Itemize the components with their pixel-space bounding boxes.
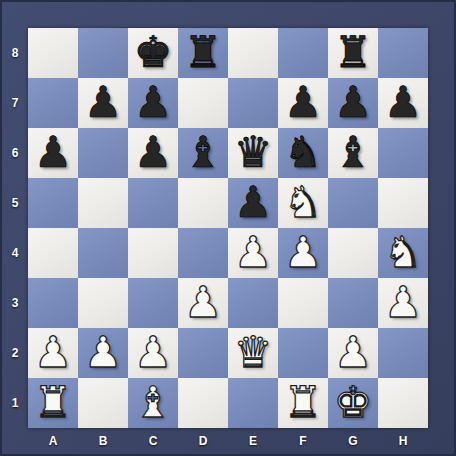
piece-white-pawn[interactable]: ♟ <box>184 277 223 327</box>
file-label-d: D <box>178 428 228 454</box>
rank-label-3: 3 <box>2 278 28 328</box>
piece-black-pawn[interactable]: ♟ <box>134 127 173 177</box>
square-c5[interactable] <box>128 178 178 228</box>
rank-label-6: 6 <box>2 128 28 178</box>
square-c7[interactable]: ♟ <box>128 78 178 128</box>
piece-black-king[interactable]: ♚ <box>134 27 173 77</box>
piece-white-pawn[interactable]: ♟ <box>284 227 323 277</box>
square-a6[interactable]: ♟ <box>28 128 78 178</box>
square-h7[interactable]: ♟ <box>378 78 428 128</box>
square-e4[interactable]: ♟ <box>228 228 278 278</box>
square-g3[interactable] <box>328 278 378 328</box>
rank-label-2: 2 <box>2 328 28 378</box>
square-b7[interactable]: ♟ <box>78 78 128 128</box>
square-g2[interactable]: ♟ <box>328 328 378 378</box>
square-c2[interactable]: ♟ <box>128 328 178 378</box>
square-b6[interactable] <box>78 128 128 178</box>
square-f7[interactable]: ♟ <box>278 78 328 128</box>
square-b3[interactable] <box>78 278 128 328</box>
square-h1[interactable] <box>378 378 428 428</box>
square-g5[interactable] <box>328 178 378 228</box>
file-label-f: F <box>278 428 328 454</box>
piece-black-queen[interactable]: ♛ <box>234 127 273 177</box>
square-f2[interactable] <box>278 328 328 378</box>
piece-white-pawn[interactable]: ♟ <box>34 327 73 377</box>
square-b4[interactable] <box>78 228 128 278</box>
file-labels: ABCDEFGH <box>28 428 428 454</box>
square-c3[interactable] <box>128 278 178 328</box>
piece-white-king[interactable]: ♚ <box>334 377 373 427</box>
square-f8[interactable] <box>278 28 328 78</box>
file-label-g: G <box>328 428 378 454</box>
square-g6[interactable]: ♝ <box>328 128 378 178</box>
rank-label-8: 8 <box>2 28 28 78</box>
square-a3[interactable] <box>28 278 78 328</box>
square-e5[interactable]: ♟ <box>228 178 278 228</box>
chess-board-frame: 87654321 ♚♜♜♟♟♟♟♟♟♟♝♛♞♝♟♞♟♟♞♟♟♟♟♟♛♟♜♝♜♚ … <box>0 0 456 456</box>
square-e3[interactable] <box>228 278 278 328</box>
square-b1[interactable] <box>78 378 128 428</box>
piece-black-pawn[interactable]: ♟ <box>384 77 423 127</box>
piece-white-pawn[interactable]: ♟ <box>334 327 373 377</box>
piece-black-pawn[interactable]: ♟ <box>84 77 123 127</box>
square-a1[interactable]: ♜ <box>28 378 78 428</box>
rank-label-5: 5 <box>2 178 28 228</box>
piece-black-pawn[interactable]: ♟ <box>284 77 323 127</box>
square-h4[interactable]: ♞ <box>378 228 428 278</box>
square-e6[interactable]: ♛ <box>228 128 278 178</box>
piece-white-rook[interactable]: ♜ <box>284 377 323 427</box>
file-label-c: C <box>128 428 178 454</box>
board: ♚♜♜♟♟♟♟♟♟♟♝♛♞♝♟♞♟♟♞♟♟♟♟♟♛♟♜♝♜♚ <box>28 28 428 428</box>
piece-white-knight[interactable]: ♞ <box>384 227 423 277</box>
square-c8[interactable]: ♚ <box>128 28 178 78</box>
piece-black-knight[interactable]: ♞ <box>284 127 323 177</box>
square-b8[interactable] <box>78 28 128 78</box>
square-d8[interactable]: ♜ <box>178 28 228 78</box>
square-d7[interactable] <box>178 78 228 128</box>
square-h3[interactable]: ♟ <box>378 278 428 328</box>
piece-white-rook[interactable]: ♜ <box>34 377 73 427</box>
square-a2[interactable]: ♟ <box>28 328 78 378</box>
square-h2[interactable] <box>378 328 428 378</box>
piece-black-pawn[interactable]: ♟ <box>134 77 173 127</box>
rank-label-1: 1 <box>2 378 28 428</box>
piece-white-queen[interactable]: ♛ <box>234 327 273 377</box>
square-c1[interactable]: ♝ <box>128 378 178 428</box>
piece-black-pawn[interactable]: ♟ <box>34 127 73 177</box>
square-b2[interactable]: ♟ <box>78 328 128 378</box>
piece-black-rook[interactable]: ♜ <box>334 27 373 77</box>
piece-black-bishop[interactable]: ♝ <box>334 127 373 177</box>
square-d6[interactable]: ♝ <box>178 128 228 178</box>
square-g1[interactable]: ♚ <box>328 378 378 428</box>
square-a4[interactable] <box>28 228 78 278</box>
square-e2[interactable]: ♛ <box>228 328 278 378</box>
square-d4[interactable] <box>178 228 228 278</box>
square-g7[interactable]: ♟ <box>328 78 378 128</box>
piece-white-pawn[interactable]: ♟ <box>234 227 273 277</box>
square-a5[interactable] <box>28 178 78 228</box>
square-h6[interactable] <box>378 128 428 178</box>
square-h5[interactable] <box>378 178 428 228</box>
piece-black-bishop[interactable]: ♝ <box>184 127 223 177</box>
piece-white-knight[interactable]: ♞ <box>284 177 323 227</box>
square-d5[interactable] <box>178 178 228 228</box>
piece-white-bishop[interactable]: ♝ <box>134 377 173 427</box>
square-d2[interactable] <box>178 328 228 378</box>
square-f3[interactable] <box>278 278 328 328</box>
square-f6[interactable]: ♞ <box>278 128 328 178</box>
rank-label-4: 4 <box>2 228 28 278</box>
rank-label-7: 7 <box>2 78 28 128</box>
square-a8[interactable] <box>28 28 78 78</box>
rank-labels: 87654321 <box>2 28 28 428</box>
square-g8[interactable]: ♜ <box>328 28 378 78</box>
file-label-b: B <box>78 428 128 454</box>
square-d3[interactable]: ♟ <box>178 278 228 328</box>
square-f4[interactable]: ♟ <box>278 228 328 278</box>
square-f5[interactable]: ♞ <box>278 178 328 228</box>
piece-black-pawn[interactable]: ♟ <box>334 77 373 127</box>
piece-black-pawn[interactable]: ♟ <box>234 177 273 227</box>
file-label-e: E <box>228 428 278 454</box>
piece-white-pawn[interactable]: ♟ <box>84 327 123 377</box>
square-e1[interactable] <box>228 378 278 428</box>
square-e7[interactable] <box>228 78 278 128</box>
piece-white-pawn[interactable]: ♟ <box>134 327 173 377</box>
square-h8[interactable] <box>378 28 428 78</box>
piece-white-pawn[interactable]: ♟ <box>384 277 423 327</box>
file-label-a: A <box>28 428 78 454</box>
square-b5[interactable] <box>78 178 128 228</box>
square-c4[interactable] <box>128 228 178 278</box>
square-a7[interactable] <box>28 78 78 128</box>
square-d1[interactable] <box>178 378 228 428</box>
file-label-h: H <box>378 428 428 454</box>
square-c6[interactable]: ♟ <box>128 128 178 178</box>
square-f1[interactable]: ♜ <box>278 378 328 428</box>
square-e8[interactable] <box>228 28 278 78</box>
piece-black-rook[interactable]: ♜ <box>184 27 223 77</box>
square-g4[interactable] <box>328 228 378 278</box>
